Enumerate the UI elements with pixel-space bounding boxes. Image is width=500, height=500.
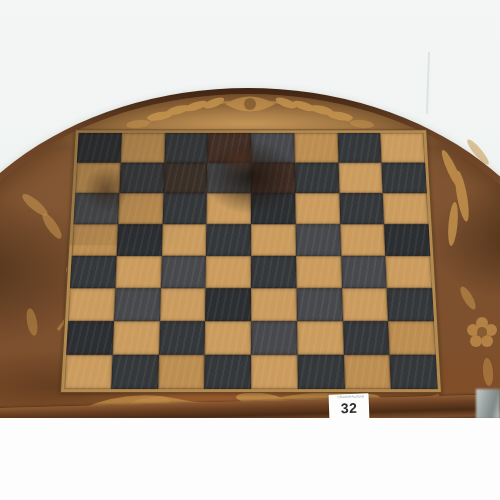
board-square — [164, 133, 208, 163]
board-square — [115, 256, 161, 288]
board-square — [206, 224, 251, 256]
background-object — [476, 389, 500, 419]
board-square — [251, 193, 295, 224]
board-square — [68, 288, 115, 321]
board-square — [343, 321, 390, 355]
board-square — [251, 163, 295, 193]
board-square — [251, 224, 296, 256]
board-square — [388, 321, 436, 355]
sticker-vendor-text: Churchill Auctions — [337, 395, 360, 399]
board-square — [296, 288, 342, 321]
photo-crop-white — [0, 418, 500, 500]
board-square — [114, 288, 161, 321]
board-square — [339, 193, 384, 224]
board-square — [343, 355, 391, 389]
board-square — [294, 133, 338, 163]
board-square — [75, 163, 120, 193]
board-square — [206, 256, 251, 288]
board-square — [251, 256, 296, 288]
board-square — [161, 224, 206, 256]
board-square — [251, 355, 298, 389]
board-square — [297, 321, 344, 355]
board-square — [295, 224, 340, 256]
board-square — [380, 133, 425, 163]
board-square — [387, 288, 434, 321]
board-square — [72, 224, 118, 256]
board-square — [112, 321, 159, 355]
board-square — [295, 193, 340, 224]
board-square — [340, 224, 386, 256]
board-grid — [64, 133, 438, 389]
board-square — [162, 193, 207, 224]
sticker-lot-number: 32 — [329, 400, 369, 416]
auction-lot-sticker: Churchill Auctions 32 — [329, 393, 370, 420]
board-square — [207, 163, 251, 193]
board-square — [204, 355, 251, 389]
board-square — [207, 193, 251, 224]
board-square — [70, 256, 117, 288]
board-square — [73, 193, 119, 224]
board-square — [338, 163, 383, 193]
board-square — [251, 321, 297, 355]
board-square — [205, 288, 251, 321]
board-square — [159, 288, 205, 321]
board-square — [295, 163, 339, 193]
board-square — [66, 321, 114, 355]
board-square — [116, 224, 162, 256]
chessboard — [60, 130, 442, 393]
board-square — [383, 193, 429, 224]
board-square — [296, 256, 342, 288]
board-square — [120, 133, 164, 163]
board-square — [341, 256, 387, 288]
board-square — [384, 224, 430, 256]
board-square — [159, 321, 206, 355]
board-square — [297, 355, 344, 389]
board-square — [207, 133, 251, 163]
board-square — [163, 163, 207, 193]
board-square — [386, 256, 433, 288]
board-square — [205, 321, 251, 355]
board-square — [119, 163, 164, 193]
board-square — [342, 288, 389, 321]
board-square — [118, 193, 163, 224]
board-square — [382, 163, 427, 193]
board-square — [77, 133, 122, 163]
board-square — [111, 355, 159, 389]
board-square — [64, 355, 112, 389]
board-square — [251, 288, 297, 321]
board-square — [251, 133, 295, 163]
auction-photo: Churchill Auctions 32 — [0, 0, 500, 500]
board-square — [160, 256, 206, 288]
board-square — [337, 133, 381, 163]
board-square — [390, 355, 438, 389]
board-square — [158, 355, 205, 389]
